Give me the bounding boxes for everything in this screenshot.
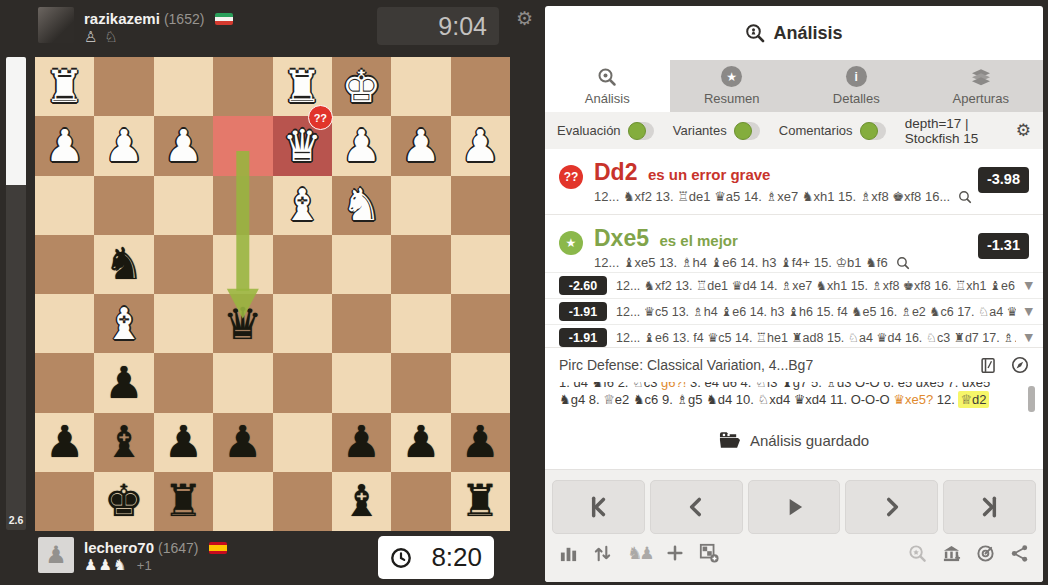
save-to-library-icon[interactable] [942, 544, 961, 563]
bottom-player-rating: (1647) [158, 540, 198, 556]
panel-tabs: Análisis ★ Resumen i Detalles Aperturas [545, 60, 1043, 112]
black-pawn: ♟ [342, 420, 381, 464]
square[interactable] [273, 235, 332, 294]
opening-row: Pirc Defense: Classical Variation, 4...B… [545, 347, 1043, 382]
square[interactable] [154, 294, 213, 353]
square[interactable]: ♟ [332, 413, 391, 472]
panel-title: Análisis [773, 23, 842, 44]
variation-line: 12... ♛c5 13. ♗h4 ♝e6 14. h3 ♝h6 15. f4 … [616, 304, 1016, 319]
variation-eval: -1.91 [559, 328, 607, 347]
blunder-verdict: es un error grave [648, 166, 771, 183]
navigation-area: ♞♟ [545, 469, 1043, 582]
square[interactable] [154, 235, 213, 294]
square[interactable]: ♟ [35, 116, 94, 175]
iran-flag-icon [215, 13, 233, 25]
black-pawn: ♟ [104, 361, 143, 405]
white-bishop: ♝ [104, 302, 143, 346]
square[interactable] [154, 353, 213, 412]
square[interactable] [154, 57, 213, 116]
book-icon[interactable] [980, 357, 997, 374]
top-player-info[interactable]: razikazemi(1652) [84, 10, 233, 28]
best-move-badge-icon: ★ [559, 231, 583, 255]
previous-move-button[interactable] [650, 480, 743, 534]
square[interactable] [451, 57, 510, 116]
square[interactable]: ♟ [154, 116, 213, 175]
white-king: ♚ [342, 65, 381, 109]
square[interactable]: ♛ [213, 294, 272, 353]
black-rook: ♜ [461, 479, 500, 523]
square[interactable] [391, 57, 450, 116]
go-to-start-button[interactable] [552, 480, 645, 534]
square[interactable]: ♟ [451, 116, 510, 175]
square[interactable] [213, 57, 272, 116]
bottom-player-clock: 8:20 [378, 536, 494, 579]
square[interactable] [332, 353, 391, 412]
square[interactable] [35, 472, 94, 531]
square[interactable]: ♜ [35, 57, 94, 116]
toggle-label-comentarios: Comentarios [779, 123, 853, 138]
next-move-button[interactable] [845, 480, 938, 534]
top-player-rating: (1652) [164, 11, 204, 27]
tab-label: Análisis [585, 91, 630, 106]
square[interactable] [273, 294, 332, 353]
square[interactable] [35, 294, 94, 353]
bottom-player-avatar[interactable]: ♟ [38, 537, 74, 573]
top-player-name: razikazemi [84, 10, 160, 27]
black-pawn: ♟ [45, 420, 84, 464]
bottom-clock-time: 8:20 [412, 542, 482, 573]
square[interactable]: ♚ [332, 57, 391, 116]
square[interactable] [273, 413, 332, 472]
square[interactable] [391, 176, 450, 235]
square[interactable] [213, 235, 272, 294]
variantes-toggle[interactable] [734, 122, 760, 140]
bottom-player-info[interactable]: lechero70(1647) [84, 539, 227, 557]
square[interactable]: ♟ [451, 413, 510, 472]
square[interactable]: ♟ [94, 353, 153, 412]
info-circle-icon: i [846, 66, 867, 87]
engine-info: depth=17 | Stockfish 15 ⚙ [905, 116, 1031, 146]
best-verdict: es el mejor [659, 232, 737, 249]
chevron-down-icon[interactable]: ▼ [1025, 331, 1033, 344]
play-button[interactable] [748, 480, 841, 534]
clock-icon [390, 547, 412, 569]
preview-magnifier-icon[interactable] [958, 190, 972, 204]
star-circle-icon: ★ [721, 66, 742, 87]
toggle-label-evaluacion: Evaluación [557, 123, 621, 138]
best-eval-badge: -1.31 [978, 233, 1029, 259]
top-player-clock: 9:04 [377, 7, 499, 45]
saved-analysis-label: Análisis guardado [750, 432, 869, 449]
chess-board: ♜♜♚♟♟♟♛♟♟♟♝♞♞♝♛♟♟♝♟♟♟♟♟♚♜♝♜ [35, 57, 510, 531]
best-move: Dxe5 [594, 225, 649, 251]
bottom-captured-glyphs: ♟♟♞ [84, 556, 127, 574]
magnifier-icon [597, 67, 617, 87]
move-list-line-2: ♞g4 8. ♕e2 ♞c6 9. ♗g5 ♞d4 10. ♘xd4 ♛xd4 … [559, 392, 1029, 409]
square[interactable]: ♝ [94, 294, 153, 353]
white-pawn: ♟ [104, 124, 143, 168]
comentarios-toggle[interactable] [860, 122, 886, 140]
white-pawn: ♟ [461, 124, 500, 168]
best-pv-line: 12... ♝xe5 13. ♗h4 ♝e6 14. h3 ♝f4+ 15. ♔… [594, 255, 888, 270]
panel-title-row: Análisis [545, 6, 1043, 60]
evaluation-bar: 2.6 [6, 57, 26, 530]
blunder-badge-icon: ?? [559, 165, 583, 189]
square[interactable]: ♟ [213, 413, 272, 472]
white-pawn: ♟ [401, 124, 440, 168]
square[interactable] [451, 235, 510, 294]
white-queen: ♛ [282, 124, 321, 168]
saved-analysis-row: Análisis guardado [545, 411, 1043, 469]
white-pawn: ♟ [45, 124, 84, 168]
analysis-magnifier-icon [745, 23, 765, 43]
white-rook: ♜ [282, 65, 321, 109]
variation-row-2[interactable]: -1.91 12... ♛c5 13. ♗h4 ♝e6 14. h3 ♝h6 1… [545, 298, 1043, 324]
square[interactable]: ♝ [332, 472, 391, 531]
black-bishop: ♝ [342, 479, 381, 523]
best-move-line[interactable]: ★ Dxe5 es el mejor 12... ♝xe5 13. ♗h4 ♝e… [545, 215, 1043, 271]
square[interactable]: ♞ [94, 235, 153, 294]
square[interactable] [213, 472, 272, 531]
tab-aperturas[interactable]: Aperturas [919, 60, 1044, 112]
practice-target-icon[interactable] [976, 544, 995, 563]
add-plus-icon[interactable] [666, 544, 684, 562]
square[interactable]: ♟ [154, 413, 213, 472]
default-pawn-avatar-icon: ♟ [45, 541, 67, 569]
white-pawn: ♟ [164, 124, 203, 168]
evaluacion-toggle[interactable] [628, 122, 654, 140]
square[interactable] [35, 353, 94, 412]
square[interactable] [332, 235, 391, 294]
analysis-panel: Análisis Análisis ★ Resumen i Detalles [545, 6, 1043, 582]
preview-magnifier-icon[interactable] [896, 256, 910, 270]
explorer-compass-icon[interactable] [1011, 356, 1029, 374]
top-player-avatar[interactable] [38, 7, 74, 43]
chevron-down-icon[interactable]: ▼ [1025, 279, 1033, 292]
square[interactable] [451, 353, 510, 412]
square[interactable] [391, 353, 450, 412]
eval-score-label: 2.6 [6, 514, 26, 526]
report-chart-icon[interactable] [559, 544, 578, 563]
black-king: ♚ [104, 479, 143, 523]
flip-board-icon[interactable] [593, 544, 612, 563]
mistake-move: ♛xe5? [893, 392, 933, 407]
board-settings-gear-icon[interactable]: ⚙ [516, 9, 533, 28]
game-move-list[interactable]: 1. d4 ♞f6 2. ♘c3 g6?! 3. e4 d6 4. ♘f3 ♝g… [545, 382, 1043, 411]
square[interactable]: ♜ [154, 472, 213, 531]
move-list-scrollbar[interactable] [1028, 386, 1035, 412]
saved-analysis-folder-icon [719, 431, 740, 449]
white-rook: ♜ [45, 65, 84, 109]
practice-pieces-icon[interactable]: ♞♟ [627, 543, 651, 563]
current-move-highlight: ♕d2 [958, 391, 988, 408]
square[interactable] [391, 235, 450, 294]
analysis-options-row: Evaluación Variantes Comentarios depth=1… [545, 112, 1043, 149]
variation-eval: -1.91 [559, 302, 607, 321]
square[interactable] [273, 353, 332, 412]
square[interactable]: ♚ [94, 472, 153, 531]
square[interactable] [213, 116, 272, 175]
square[interactable] [94, 57, 153, 116]
black-pawn: ♟ [461, 420, 500, 464]
square[interactable]: ♟ [94, 116, 153, 175]
tab-label: Resumen [704, 91, 760, 106]
white-knight: ♞ [342, 183, 381, 227]
blunder-eval-badge: -3.98 [978, 167, 1029, 193]
opening-name: Pirc Defense: Classical Variation, 4...B… [559, 357, 813, 373]
square[interactable]: ♟ [391, 413, 450, 472]
square[interactable] [273, 472, 332, 531]
square[interactable]: ♜ [451, 472, 510, 531]
blunder-line[interactable]: ?? Dd2 es un error grave 12... ♞xf2 13. … [545, 149, 1043, 213]
black-queen: ♛ [223, 302, 262, 346]
square[interactable] [391, 294, 450, 353]
black-knight: ♞ [104, 242, 143, 286]
square[interactable] [35, 176, 94, 235]
black-rook: ♜ [164, 479, 203, 523]
square[interactable] [35, 235, 94, 294]
eval-white-portion [6, 57, 26, 185]
square[interactable]: ♟ [35, 413, 94, 472]
square[interactable] [451, 176, 510, 235]
material-advantage: +1 [137, 558, 152, 573]
square[interactable] [154, 176, 213, 235]
square[interactable] [213, 353, 272, 412]
engine-depth-text: depth=17 | Stockfish 15 [905, 116, 1008, 146]
go-to-end-button[interactable] [943, 480, 1036, 534]
tab-label: Detalles [833, 91, 880, 106]
square[interactable]: ♝ [273, 176, 332, 235]
square[interactable] [332, 294, 391, 353]
blunder-move: Dd2 [594, 159, 637, 185]
spain-flag-icon [209, 542, 227, 554]
tab-detalles[interactable]: i Detalles [794, 60, 919, 112]
square[interactable] [391, 472, 450, 531]
tab-resumen[interactable]: ★ Resumen [670, 60, 795, 112]
avatar [38, 7, 74, 43]
white-pawn: ♟ [342, 124, 381, 168]
black-pawn: ♟ [223, 420, 262, 464]
square[interactable] [94, 176, 153, 235]
openings-stack-icon [970, 67, 992, 87]
black-pawn: ♟ [164, 420, 203, 464]
black-bishop: ♝ [104, 420, 143, 464]
share-icon[interactable] [1010, 544, 1029, 563]
square[interactable] [451, 294, 510, 353]
square[interactable]: ♝ [94, 413, 153, 472]
variation-line: 12... ♞xf2 13. ♖de1 ♛d4 14. ♗xe7 ♞xh1 15… [616, 278, 1016, 293]
variation-eval: -2.60 [559, 276, 607, 295]
tab-analisis[interactable]: Análisis [545, 60, 670, 112]
chevron-down-icon[interactable]: ▼ [1025, 305, 1033, 318]
square[interactable] [213, 176, 272, 235]
setup-board-icon[interactable] [699, 543, 719, 563]
game-review-magnifier-icon[interactable] [908, 544, 927, 563]
square[interactable]: ♞ [332, 176, 391, 235]
bottom-player-name: lechero70 [84, 539, 154, 556]
square[interactable]: ♟ [391, 116, 450, 175]
black-pawn: ♟ [401, 420, 440, 464]
tab-label: Aperturas [953, 91, 1009, 106]
move-list-line-1: 1. d4 ♞f6 2. ♘c3 g6?! 3. e4 d6 4. ♘f3 ♝g… [559, 382, 1029, 392]
bottom-captured-pieces: ♟♟♞ +1 [84, 556, 152, 574]
engine-settings-gear-icon[interactable]: ⚙ [1016, 122, 1031, 139]
variation-line: 12... ♝e6 13. f4 ♛c5 14. ♖he1 ♜ad8 15. ♘… [616, 330, 1016, 345]
variation-row-1[interactable]: -2.60 12... ♞xf2 13. ♖de1 ♛d4 14. ♗xe7 ♞… [545, 272, 1043, 298]
square[interactable]: ♟ [332, 116, 391, 175]
white-bishop: ♝ [282, 183, 321, 227]
inaccuracy-move: g6?! [661, 382, 686, 390]
chess-analysis-app: razikazemi(1652) ♙ ♘ 9:04 ⚙ 2.6 ♜♜♚♟♟♟♛♟… [0, 0, 1048, 585]
blunder-badge-on-board: ?? [308, 105, 333, 130]
blunder-pv-line: 12... ♞xf2 13. ♖de1 ♛a5 14. ♗xe7 ♞xh1 15… [594, 189, 950, 204]
top-captured-pieces: ♙ ♘ [84, 28, 119, 46]
toggle-label-variantes: Variantes [673, 123, 727, 138]
